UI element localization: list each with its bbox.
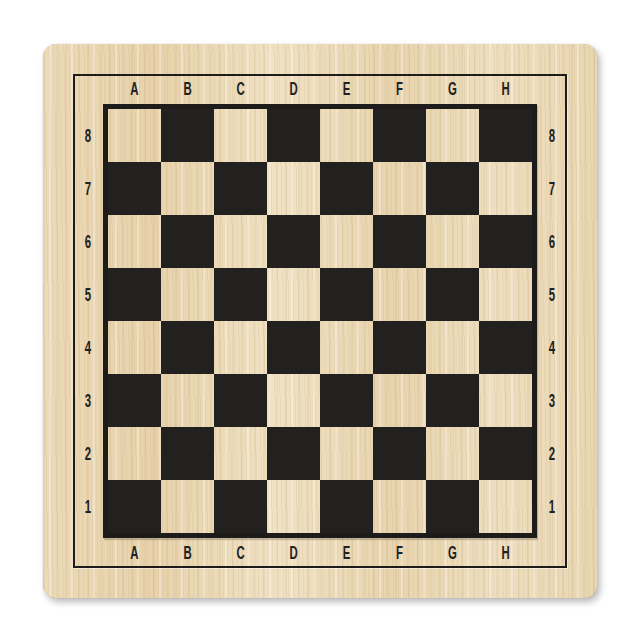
chess-grid — [103, 104, 537, 538]
square-c5[interactable] — [214, 268, 267, 321]
square-c4[interactable] — [214, 321, 267, 374]
square-c1[interactable] — [214, 480, 267, 533]
file-label-e-top: E — [331, 74, 363, 104]
file-label-f-top: F — [384, 74, 416, 104]
rank-label-6-left: 6 — [79, 215, 97, 268]
square-e1[interactable] — [320, 480, 373, 533]
square-h6[interactable] — [479, 215, 532, 268]
square-b3[interactable] — [161, 374, 214, 427]
square-g8[interactable] — [426, 109, 479, 162]
square-e5[interactable] — [320, 268, 373, 321]
square-e3[interactable] — [320, 374, 373, 427]
square-e4[interactable] — [320, 321, 373, 374]
square-b6[interactable] — [161, 215, 214, 268]
square-b1[interactable] — [161, 480, 214, 533]
rank-label-1-left: 1 — [79, 480, 97, 533]
file-label-a-bottom: A — [119, 538, 151, 568]
square-a2[interactable] — [108, 427, 161, 480]
rank-label-6-right: 6 — [543, 215, 561, 268]
square-f7[interactable] — [373, 162, 426, 215]
file-label-f-bottom: F — [384, 538, 416, 568]
square-g7[interactable] — [426, 162, 479, 215]
square-g4[interactable] — [426, 321, 479, 374]
file-label-h-top: H — [490, 74, 522, 104]
square-h8[interactable] — [479, 109, 532, 162]
square-f2[interactable] — [373, 427, 426, 480]
square-f6[interactable] — [373, 215, 426, 268]
square-a7[interactable] — [108, 162, 161, 215]
square-g6[interactable] — [426, 215, 479, 268]
file-label-b-bottom: B — [172, 538, 204, 568]
square-f4[interactable] — [373, 321, 426, 374]
square-g2[interactable] — [426, 427, 479, 480]
square-e6[interactable] — [320, 215, 373, 268]
square-a4[interactable] — [108, 321, 161, 374]
file-label-h-bottom: H — [490, 538, 522, 568]
file-label-a-top: A — [119, 74, 151, 104]
square-c3[interactable] — [214, 374, 267, 427]
square-f3[interactable] — [373, 374, 426, 427]
rank-label-2-right: 2 — [543, 427, 561, 480]
square-a1[interactable] — [108, 480, 161, 533]
file-label-d-top: D — [278, 74, 310, 104]
square-c7[interactable] — [214, 162, 267, 215]
file-label-e-bottom: E — [331, 538, 363, 568]
rank-label-8-right: 8 — [543, 109, 561, 162]
square-d1[interactable] — [267, 480, 320, 533]
square-e7[interactable] — [320, 162, 373, 215]
rank-label-3-left: 3 — [79, 374, 97, 427]
square-d4[interactable] — [267, 321, 320, 374]
file-label-d-bottom: D — [278, 538, 310, 568]
square-b4[interactable] — [161, 321, 214, 374]
square-g3[interactable] — [426, 374, 479, 427]
file-label-g-bottom: G — [437, 538, 469, 568]
square-c8[interactable] — [214, 109, 267, 162]
square-a8[interactable] — [108, 109, 161, 162]
rank-label-5-right: 5 — [543, 268, 561, 321]
square-f8[interactable] — [373, 109, 426, 162]
wooden-chessboard: ABCDEFGH ABCDEFGH 87654321 87654321 — [43, 44, 597, 598]
square-g5[interactable] — [426, 268, 479, 321]
rank-label-3-right: 3 — [543, 374, 561, 427]
file-label-g-top: G — [437, 74, 469, 104]
square-h4[interactable] — [479, 321, 532, 374]
rank-labels-right: 87654321 — [537, 109, 567, 533]
rank-label-7-left: 7 — [79, 162, 97, 215]
rank-label-7-right: 7 — [543, 162, 561, 215]
square-e8[interactable] — [320, 109, 373, 162]
rank-label-2-left: 2 — [79, 427, 97, 480]
square-d2[interactable] — [267, 427, 320, 480]
square-a6[interactable] — [108, 215, 161, 268]
square-c6[interactable] — [214, 215, 267, 268]
rank-label-5-left: 5 — [79, 268, 97, 321]
rank-label-4-right: 4 — [543, 321, 561, 374]
file-labels-top: ABCDEFGH — [108, 74, 532, 104]
square-d6[interactable] — [267, 215, 320, 268]
square-c2[interactable] — [214, 427, 267, 480]
rank-label-1-right: 1 — [543, 480, 561, 533]
rank-label-8-left: 8 — [79, 109, 97, 162]
square-a3[interactable] — [108, 374, 161, 427]
file-labels-bottom: ABCDEFGH — [108, 538, 532, 568]
square-b8[interactable] — [161, 109, 214, 162]
square-h5[interactable] — [479, 268, 532, 321]
square-b7[interactable] — [161, 162, 214, 215]
square-g1[interactable] — [426, 480, 479, 533]
square-h7[interactable] — [479, 162, 532, 215]
rank-label-4-left: 4 — [79, 321, 97, 374]
page-background: ABCDEFGH ABCDEFGH 87654321 87654321 — [0, 0, 640, 640]
square-b2[interactable] — [161, 427, 214, 480]
square-f5[interactable] — [373, 268, 426, 321]
square-h1[interactable] — [479, 480, 532, 533]
rank-labels-left: 87654321 — [73, 109, 103, 533]
square-b5[interactable] — [161, 268, 214, 321]
square-a5[interactable] — [108, 268, 161, 321]
file-label-c-bottom: C — [225, 538, 257, 568]
square-h2[interactable] — [479, 427, 532, 480]
file-label-c-top: C — [225, 74, 257, 104]
square-d5[interactable] — [267, 268, 320, 321]
square-d8[interactable] — [267, 109, 320, 162]
square-d7[interactable] — [267, 162, 320, 215]
square-d3[interactable] — [267, 374, 320, 427]
square-e2[interactable] — [320, 427, 373, 480]
file-label-b-top: B — [172, 74, 204, 104]
square-f1[interactable] — [373, 480, 426, 533]
square-h3[interactable] — [479, 374, 532, 427]
